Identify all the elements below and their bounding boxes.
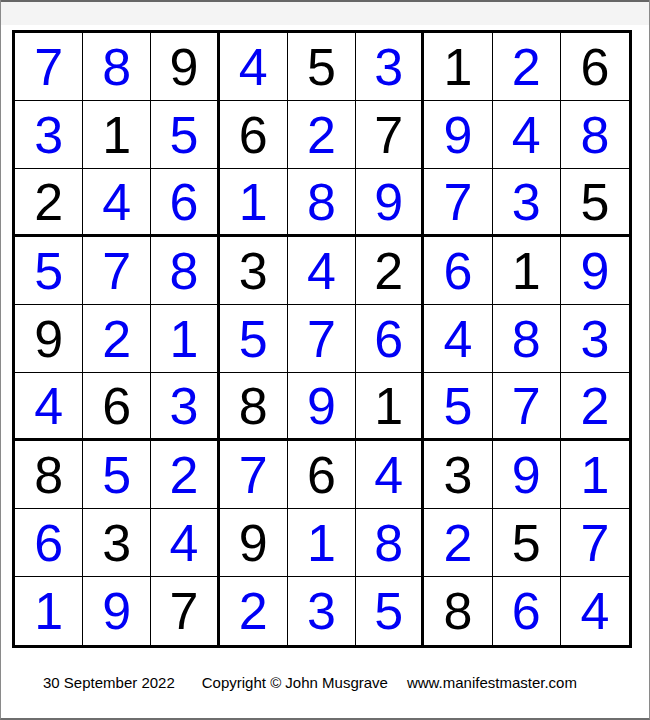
cell-r8c8: 5 bbox=[493, 509, 561, 577]
cell-r6c1: 4 bbox=[15, 373, 83, 441]
cell-r3c5: 8 bbox=[288, 169, 356, 237]
cell-r9c6: 5 bbox=[356, 577, 424, 645]
cell-r1c7: 1 bbox=[424, 33, 492, 101]
cell-r2c5: 2 bbox=[288, 101, 356, 169]
footer-copyright: Copyright © John Musgrave bbox=[202, 674, 388, 691]
cell-r7c7: 3 bbox=[424, 441, 492, 509]
cell-r1c5: 5 bbox=[288, 33, 356, 101]
cell-r2c9: 8 bbox=[561, 101, 629, 169]
cell-r9c2: 9 bbox=[83, 577, 151, 645]
cell-r6c3: 3 bbox=[151, 373, 219, 441]
cell-r4c9: 9 bbox=[561, 237, 629, 305]
cell-r5c5: 7 bbox=[288, 305, 356, 373]
cell-r1c9: 6 bbox=[561, 33, 629, 101]
cell-r4c7: 6 bbox=[424, 237, 492, 305]
cell-r9c7: 8 bbox=[424, 577, 492, 645]
cell-r6c4: 8 bbox=[220, 373, 288, 441]
cell-r7c9: 1 bbox=[561, 441, 629, 509]
page: 7894531263156279482461897355783426199215… bbox=[0, 0, 650, 720]
cell-r8c4: 9 bbox=[220, 509, 288, 577]
header-band bbox=[1, 0, 649, 25]
cell-r5c7: 4 bbox=[424, 305, 492, 373]
cell-r4c8: 1 bbox=[493, 237, 561, 305]
cell-r6c8: 7 bbox=[493, 373, 561, 441]
cell-r1c6: 3 bbox=[356, 33, 424, 101]
cell-r3c9: 5 bbox=[561, 169, 629, 237]
cell-r9c4: 2 bbox=[220, 577, 288, 645]
cell-r6c6: 1 bbox=[356, 373, 424, 441]
cell-r5c9: 3 bbox=[561, 305, 629, 373]
cell-r5c4: 5 bbox=[220, 305, 288, 373]
cell-r7c5: 6 bbox=[288, 441, 356, 509]
cell-r4c6: 2 bbox=[356, 237, 424, 305]
cell-r7c6: 4 bbox=[356, 441, 424, 509]
cell-r5c1: 9 bbox=[15, 305, 83, 373]
cell-r1c1: 7 bbox=[15, 33, 83, 101]
cell-r5c2: 2 bbox=[83, 305, 151, 373]
cell-r4c3: 8 bbox=[151, 237, 219, 305]
cell-r2c4: 6 bbox=[220, 101, 288, 169]
cell-r4c1: 5 bbox=[15, 237, 83, 305]
cell-r9c9: 4 bbox=[561, 577, 629, 645]
cell-r9c3: 7 bbox=[151, 577, 219, 645]
cell-r8c2: 3 bbox=[83, 509, 151, 577]
footer: 30 September 2022Copyright © John Musgra… bbox=[43, 674, 577, 691]
sudoku-grid: 7894531263156279482461897355783426199215… bbox=[12, 30, 632, 648]
cell-r6c5: 9 bbox=[288, 373, 356, 441]
cell-r8c3: 4 bbox=[151, 509, 219, 577]
cell-r3c8: 3 bbox=[493, 169, 561, 237]
cell-r9c5: 3 bbox=[288, 577, 356, 645]
cell-r8c9: 7 bbox=[561, 509, 629, 577]
cell-r8c7: 2 bbox=[424, 509, 492, 577]
cell-r1c8: 2 bbox=[493, 33, 561, 101]
cell-r5c6: 6 bbox=[356, 305, 424, 373]
cell-r1c2: 8 bbox=[83, 33, 151, 101]
cell-r4c4: 3 bbox=[220, 237, 288, 305]
cell-r7c2: 5 bbox=[83, 441, 151, 509]
cell-r6c9: 2 bbox=[561, 373, 629, 441]
cell-r2c3: 5 bbox=[151, 101, 219, 169]
cell-r2c8: 4 bbox=[493, 101, 561, 169]
cell-r1c3: 9 bbox=[151, 33, 219, 101]
cell-r3c2: 4 bbox=[83, 169, 151, 237]
cell-r4c2: 7 bbox=[83, 237, 151, 305]
cell-r2c7: 9 bbox=[424, 101, 492, 169]
cell-r7c3: 2 bbox=[151, 441, 219, 509]
cell-r3c4: 1 bbox=[220, 169, 288, 237]
cell-r5c3: 1 bbox=[151, 305, 219, 373]
cell-r9c1: 1 bbox=[15, 577, 83, 645]
cell-r2c2: 1 bbox=[83, 101, 151, 169]
cell-r2c6: 7 bbox=[356, 101, 424, 169]
cell-r6c7: 5 bbox=[424, 373, 492, 441]
cell-r5c8: 8 bbox=[493, 305, 561, 373]
cell-r8c5: 1 bbox=[288, 509, 356, 577]
cell-r3c1: 2 bbox=[15, 169, 83, 237]
cell-r3c7: 7 bbox=[424, 169, 492, 237]
cell-r3c6: 9 bbox=[356, 169, 424, 237]
cell-r1c4: 4 bbox=[220, 33, 288, 101]
cell-r7c4: 7 bbox=[220, 441, 288, 509]
cell-r6c2: 6 bbox=[83, 373, 151, 441]
cell-r4c5: 4 bbox=[288, 237, 356, 305]
cell-r8c6: 8 bbox=[356, 509, 424, 577]
cell-r9c8: 6 bbox=[493, 577, 561, 645]
cell-r3c3: 6 bbox=[151, 169, 219, 237]
footer-date: 30 September 2022 bbox=[43, 674, 175, 691]
cell-r7c1: 8 bbox=[15, 441, 83, 509]
cell-r7c8: 9 bbox=[493, 441, 561, 509]
cell-r2c1: 3 bbox=[15, 101, 83, 169]
cell-r8c1: 6 bbox=[15, 509, 83, 577]
footer-website: www.manifestmaster.com bbox=[407, 674, 577, 691]
